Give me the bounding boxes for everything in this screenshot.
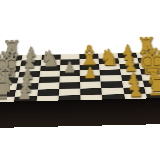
piece-silver-pawn-d4[interactable]: ♟	[63, 60, 76, 75]
piece-brass-knight-c6[interactable]: ♞	[99, 46, 120, 69]
piece-brass-pawn-e5[interactable]: ♟	[83, 66, 97, 81]
piece-brass-pawn-h7[interactable]: ♟	[128, 83, 143, 99]
piece-silver-knight-c3[interactable]: ♞	[39, 47, 60, 70]
chess-set-photo: ♜♟♟♜♟♟♝♟♞♝♞♟♝♛♟♟♛♚♟♟♚♝♟♟♞♟♟♞♜♟♟♜	[0, 0, 160, 160]
board-scene: ♜♟♟♜♟♟♝♟♞♝♞♟♝♛♟♟♛♚♟♟♚♝♟♟♞♟♟♞♜♟♟♜	[0, 0, 160, 160]
piece-silver-pawn-h2[interactable]: ♟	[18, 86, 33, 102]
chess-board: ♜♟♟♜♟♟♝♟♞♝♞♟♝♛♟♟♛♚♟♟♚♝♟♟♞♟♟♞♜♟♟♜	[0, 52, 160, 104]
piece-brass-rook-h8[interactable]: ♜	[146, 73, 160, 99]
piece-silver-rook-h1[interactable]: ♜	[0, 76, 15, 102]
board-edge	[0, 98, 160, 128]
